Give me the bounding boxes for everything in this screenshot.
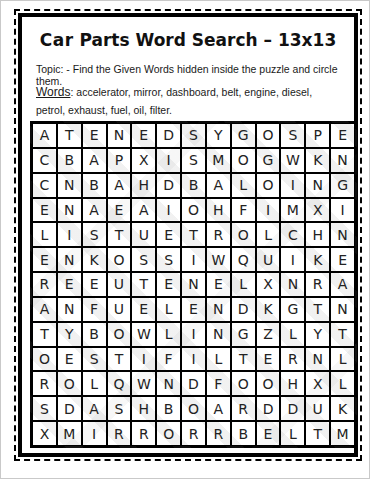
grid-cell-r13c12[interactable]: T xyxy=(305,421,330,446)
grid-cell-r6c1[interactable]: E xyxy=(32,247,57,272)
grid-cell-r6c12[interactable]: K xyxy=(305,247,330,272)
grid-cell-r5c4[interactable]: T xyxy=(107,222,132,247)
grid-cell-r1c12[interactable]: P xyxy=(305,123,330,148)
grid-cell-r6c7[interactable]: I xyxy=(181,247,206,272)
grid-cell-r3c4[interactable]: A xyxy=(107,173,132,198)
grid-cell-r5c5[interactable]: U xyxy=(131,222,156,247)
grid-cell-r11c10[interactable]: O xyxy=(256,371,281,396)
grid-cell-r5c3[interactable]: S xyxy=(82,222,107,247)
page-border-frame: Car Parts Word Search – 13x13 Topic: - F… xyxy=(18,13,358,457)
grid-cell-r4c10[interactable]: I xyxy=(256,198,281,223)
grid-cell-r7c8[interactable]: E xyxy=(206,272,231,297)
grid-cell-r6c13[interactable]: E xyxy=(330,247,355,272)
grid-cell-r2c4[interactable]: P xyxy=(107,148,132,173)
grid-cell-r4c1[interactable]: E xyxy=(32,198,57,223)
grid-cell-r10c11[interactable]: R xyxy=(280,347,305,372)
grid-cell-r13c4[interactable]: R xyxy=(107,421,132,446)
grid-cell-r7c6[interactable]: E xyxy=(156,272,181,297)
grid-cell-r4c5[interactable]: A xyxy=(131,198,156,223)
grid-cell-r2c6[interactable]: I xyxy=(156,148,181,173)
grid-cell-r9c1[interactable]: T xyxy=(32,322,57,347)
grid-cell-r1c5[interactable]: E xyxy=(131,123,156,148)
grid-cell-r11c11[interactable]: H xyxy=(280,371,305,396)
grid-cell-r11c4[interactable]: Q xyxy=(107,371,132,396)
grid-cell-r10c4[interactable]: T xyxy=(107,347,132,372)
grid-cell-r6c9[interactable]: Q xyxy=(231,247,256,272)
grid-cell-r9c12[interactable]: Y xyxy=(305,322,330,347)
grid-cell-r9c3[interactable]: B xyxy=(82,322,107,347)
grid-cell-r11c13[interactable]: L xyxy=(330,371,355,396)
grid-cell-r10c7[interactable]: I xyxy=(181,347,206,372)
grid-cell-r11c8[interactable]: F xyxy=(206,371,231,396)
grid-cell-r13c3[interactable]: I xyxy=(82,421,107,446)
title-topic-word: Car xyxy=(40,30,74,50)
grid-cell-r13c8[interactable]: R xyxy=(206,421,231,446)
grid-cell-r7c2[interactable]: E xyxy=(57,272,82,297)
grid-cell-r10c5[interactable]: I xyxy=(131,347,156,372)
grid-cell-r10c8[interactable]: L xyxy=(206,347,231,372)
page-title: Car Parts Word Search – 13x13 xyxy=(22,30,354,50)
grid-cell-r8c9[interactable]: D xyxy=(231,297,256,322)
grid-cell-r13c9[interactable]: B xyxy=(231,421,256,446)
grid-cell-r11c5[interactable]: W xyxy=(131,371,156,396)
grid-cell-r13c13[interactable]: M xyxy=(330,421,355,446)
grid-cell-r6c5[interactable]: S xyxy=(131,247,156,272)
grid-cell-r11c9[interactable]: O xyxy=(231,371,256,396)
grid-cell-r9c10[interactable]: Z xyxy=(256,322,281,347)
grid-cell-r5c8[interactable]: R xyxy=(206,222,231,247)
grid-cell-r8c12[interactable]: T xyxy=(305,297,330,322)
grid-cell-r11c1[interactable]: R xyxy=(32,371,57,396)
grid-cell-r3c5[interactable]: H xyxy=(131,173,156,198)
grid-cell-r9c6[interactable]: L xyxy=(156,322,181,347)
grid-cell-r5c2[interactable]: I xyxy=(57,222,82,247)
grid-cell-r4c7[interactable]: O xyxy=(181,198,206,223)
grid-cell-r13c11[interactable]: L xyxy=(280,421,305,446)
grid-cell-r1c9[interactable]: G xyxy=(231,123,256,148)
grid-cell-r12c6[interactable]: B xyxy=(156,396,181,421)
grid-cell-r7c9[interactable]: L xyxy=(231,272,256,297)
grid-cell-r8c11[interactable]: G xyxy=(280,297,305,322)
grid-cell-r13c5[interactable]: R xyxy=(131,421,156,446)
grid-cell-r1c11[interactable]: S xyxy=(280,123,305,148)
grid-cell-r1c1[interactable]: A xyxy=(32,123,57,148)
grid-cell-r4c9[interactable]: F xyxy=(231,198,256,223)
grid-cell-r3c13[interactable]: G xyxy=(330,173,355,198)
grid-cell-r13c10[interactable]: E xyxy=(256,421,281,446)
grid-cell-r1c13[interactable]: E xyxy=(330,123,355,148)
grid-cell-r9c4[interactable]: O xyxy=(107,322,132,347)
grid-cell-r4c3[interactable]: A xyxy=(82,198,107,223)
grid-cell-r3c3[interactable]: B xyxy=(82,173,107,198)
grid-cell-r8c2[interactable]: N xyxy=(57,297,82,322)
grid-cell-r5c7[interactable]: T xyxy=(181,222,206,247)
grid-cell-r12c2[interactable]: D xyxy=(57,396,82,421)
grid-cell-r7c1[interactable]: R xyxy=(32,272,57,297)
grid-cell-r2c11[interactable]: W xyxy=(280,148,305,173)
grid-cell-r6c6[interactable]: S xyxy=(156,247,181,272)
grid-cell-r7c5[interactable]: T xyxy=(131,272,156,297)
grid-cell-r1c3[interactable]: E xyxy=(82,123,107,148)
words-list-text: : accelerator, mirror, dashboard, belt, … xyxy=(36,86,312,116)
grid-cell-r6c4[interactable]: O xyxy=(107,247,132,272)
grid-cell-r3c8[interactable]: A xyxy=(206,173,231,198)
words-label: Words xyxy=(36,85,70,99)
grid-cell-r10c12[interactable]: N xyxy=(305,347,330,372)
grid-cell-r8c3[interactable]: F xyxy=(82,297,107,322)
grid-cell-r11c12[interactable]: X xyxy=(305,371,330,396)
grid-cell-r7c7[interactable]: N xyxy=(181,272,206,297)
grid-cell-r2c8[interactable]: M xyxy=(206,148,231,173)
grid-cell-r5c1[interactable]: L xyxy=(32,222,57,247)
grid-cell-r10c3[interactable]: S xyxy=(82,347,107,372)
words-list-line: Words: accelerator, mirror, dashboard, b… xyxy=(36,83,344,118)
grid-cell-r7c13[interactable]: A xyxy=(330,272,355,297)
grid-cell-r8c6[interactable]: L xyxy=(156,297,181,322)
grid-cell-r12c4[interactable]: S xyxy=(107,396,132,421)
grid-cell-r3c2[interactable]: N xyxy=(57,173,82,198)
grid-cell-r7c10[interactable]: X xyxy=(256,272,281,297)
grid-cell-r3c9[interactable]: L xyxy=(231,173,256,198)
grid-cell-r8c13[interactable]: N xyxy=(330,297,355,322)
grid-cell-r9c11[interactable]: L xyxy=(280,322,305,347)
grid-cell-r8c10[interactable]: K xyxy=(256,297,281,322)
grid-cell-r10c9[interactable]: T xyxy=(231,347,256,372)
grid-cell-r9c5[interactable]: W xyxy=(131,322,156,347)
grid-cell-r12c10[interactable]: D xyxy=(256,396,281,421)
grid-cell-r12c5[interactable]: H xyxy=(131,396,156,421)
grid-cell-r8c4[interactable]: U xyxy=(107,297,132,322)
grid-cell-r2c7[interactable]: S xyxy=(181,148,206,173)
grid-cell-r6c8[interactable]: W xyxy=(206,247,231,272)
grid-cell-r11c3[interactable]: L xyxy=(82,371,107,396)
grid-cell-r2c1[interactable]: C xyxy=(32,148,57,173)
grid-cell-r8c7[interactable]: E xyxy=(181,297,206,322)
grid-cell-r10c6[interactable]: F xyxy=(156,347,181,372)
worksheet-page: Car Parts Word Search – 13x13 Topic: - F… xyxy=(0,0,370,479)
grid-cell-r1c8[interactable]: Y xyxy=(206,123,231,148)
grid-cell-r4c13[interactable]: I xyxy=(330,198,355,223)
grid-cell-r9c2[interactable]: Y xyxy=(57,322,82,347)
grid-cell-r3c12[interactable]: N xyxy=(305,173,330,198)
grid-cell-r8c5[interactable]: E xyxy=(131,297,156,322)
grid-cell-r5c10[interactable]: L xyxy=(256,222,281,247)
grid-cell-r4c8[interactable]: H xyxy=(206,198,231,223)
grid-cell-r12c13[interactable]: K xyxy=(330,396,355,421)
grid-cell-r4c11[interactable]: M xyxy=(280,198,305,223)
grid-cell-r8c8[interactable]: N xyxy=(206,297,231,322)
grid-cell-r4c4[interactable]: E xyxy=(107,198,132,223)
grid-cell-r2c3[interactable]: A xyxy=(82,148,107,173)
grid-cell-r9c9[interactable]: G xyxy=(231,322,256,347)
grid-cell-r3c7[interactable]: B xyxy=(181,173,206,198)
grid-cell-r11c6[interactable]: N xyxy=(156,371,181,396)
grid-cell-r1c2[interactable]: T xyxy=(57,123,82,148)
grid-cell-r4c2[interactable]: N xyxy=(57,198,82,223)
grid-cell-r6c3[interactable]: K xyxy=(82,247,107,272)
grid-cell-r10c10[interactable]: E xyxy=(256,347,281,372)
grid-cell-r10c2[interactable]: E xyxy=(57,347,82,372)
word-search-grid: ATENEDSYGOSPECBAPXISMOGWKNCNBAHDBALOINGE… xyxy=(30,121,357,448)
grid-cell-r12c9[interactable]: R xyxy=(231,396,256,421)
grid-cell-r13c1[interactable]: X xyxy=(32,421,57,446)
grid-cell-r1c10[interactable]: O xyxy=(256,123,281,148)
grid-cell-r12c7[interactable]: O xyxy=(181,396,206,421)
grid-cell-r12c11[interactable]: D xyxy=(280,396,305,421)
grid-cell-r7c3[interactable]: E xyxy=(82,272,107,297)
grid-cell-r2c9[interactable]: O xyxy=(231,148,256,173)
grid-cell-r5c13[interactable]: N xyxy=(330,222,355,247)
grid-cell-r7c12[interactable]: R xyxy=(305,272,330,297)
grid-cell-r4c12[interactable]: X xyxy=(305,198,330,223)
grid-cell-r5c12[interactable]: H xyxy=(305,222,330,247)
grid-cell-r3c10[interactable]: O xyxy=(256,173,281,198)
grid-cell-r5c9[interactable]: O xyxy=(231,222,256,247)
grid-cell-r4c6[interactable]: I xyxy=(156,198,181,223)
grid-cell-r11c2[interactable]: O xyxy=(57,371,82,396)
grid-cell-r9c13[interactable]: T xyxy=(330,322,355,347)
grid-cell-r5c6[interactable]: E xyxy=(156,222,181,247)
grid-cell-r1c4[interactable]: N xyxy=(107,123,132,148)
grid-cell-r1c6[interactable]: D xyxy=(156,123,181,148)
grid-cell-r6c10[interactable]: U xyxy=(256,247,281,272)
grid-cell-r12c12[interactable]: U xyxy=(305,396,330,421)
grid-cell-r13c2[interactable]: M xyxy=(57,421,82,446)
grid-cell-r9c7[interactable]: I xyxy=(181,322,206,347)
grid-cell-r12c1[interactable]: S xyxy=(32,396,57,421)
grid-cell-r2c5[interactable]: X xyxy=(131,148,156,173)
grid-cell-r5c11[interactable]: C xyxy=(280,222,305,247)
grid-cell-r10c13[interactable]: L xyxy=(330,347,355,372)
grid-cell-r12c3[interactable]: A xyxy=(82,396,107,421)
title-rest: Parts Word Search – 13x13 xyxy=(74,30,337,50)
grid-cell-r3c11[interactable]: I xyxy=(280,173,305,198)
grid-cell-r11c7[interactable]: D xyxy=(181,371,206,396)
grid-cell-r7c4[interactable]: U xyxy=(107,272,132,297)
grid-cell-r2c10[interactable]: G xyxy=(256,148,281,173)
grid-cell-r2c2[interactable]: B xyxy=(57,148,82,173)
grid-cell-r7c11[interactable]: N xyxy=(280,272,305,297)
grid-cell-r13c7[interactable]: R xyxy=(181,421,206,446)
grid-cell-r12c8[interactable]: A xyxy=(206,396,231,421)
grid-cell-r6c2[interactable]: N xyxy=(57,247,82,272)
grid-cell-r2c13[interactable]: N xyxy=(330,148,355,173)
grid-cell-r1c7[interactable]: S xyxy=(181,123,206,148)
grid-cell-r3c1[interactable]: C xyxy=(32,173,57,198)
grid-cell-r9c8[interactable]: N xyxy=(206,322,231,347)
grid-cell-r8c1[interactable]: A xyxy=(32,297,57,322)
grid-cell-r2c12[interactable]: K xyxy=(305,148,330,173)
grid-cell-r13c6[interactable]: O xyxy=(156,421,181,446)
grid-cell-r6c11[interactable]: I xyxy=(280,247,305,272)
grid-cell-r10c1[interactable]: O xyxy=(32,347,57,372)
grid-cell-r3c6[interactable]: D xyxy=(156,173,181,198)
